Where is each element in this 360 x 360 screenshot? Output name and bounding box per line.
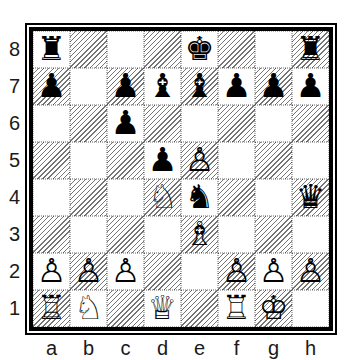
white-knight[interactable]: ♘ [148, 178, 178, 215]
black-bishop[interactable]: ♝ [148, 67, 178, 104]
square-f7[interactable]: ♟ [218, 68, 255, 105]
square-b7[interactable] [70, 68, 107, 105]
square-d5[interactable]: ♟ [144, 142, 181, 179]
square-h8[interactable]: ♜ [292, 31, 329, 68]
square-b4[interactable] [70, 179, 107, 216]
square-h3[interactable] [292, 216, 329, 253]
square-e1[interactable] [181, 290, 218, 327]
square-a4[interactable] [33, 179, 70, 216]
rank-label-4: 4 [0, 179, 20, 216]
square-b6[interactable] [70, 105, 107, 142]
rank-label-3: 3 [0, 216, 20, 253]
square-h6[interactable] [292, 105, 329, 142]
square-c2[interactable]: ♙ [107, 253, 144, 290]
square-d8[interactable] [144, 31, 181, 68]
white-pawn[interactable]: ♙ [37, 252, 67, 289]
black-pawn[interactable]: ♟ [37, 67, 67, 104]
white-bishop[interactable]: ♗ [185, 215, 215, 252]
square-f6[interactable] [218, 105, 255, 142]
black-pawn[interactable]: ♟ [222, 67, 252, 104]
board-border: ♜♚♜♟♟♝♝♟♟♟♟♟♙♘♞♛♗♙♙♙♙♙♙♖♘♕♖♔ [29, 27, 333, 331]
square-f8[interactable] [218, 31, 255, 68]
black-pawn[interactable]: ♟ [111, 67, 141, 104]
square-e8[interactable]: ♚ [181, 31, 218, 68]
square-c8[interactable] [107, 31, 144, 68]
rank-label-8: 8 [0, 31, 20, 68]
square-f3[interactable] [218, 216, 255, 253]
rank-labels: 87654321 [0, 31, 20, 327]
file-label-g: g [255, 336, 292, 360]
square-b5[interactable] [70, 142, 107, 179]
square-g6[interactable] [255, 105, 292, 142]
square-g5[interactable] [255, 142, 292, 179]
square-g1[interactable]: ♔ [255, 290, 292, 327]
file-label-h: h [292, 336, 329, 360]
square-e4[interactable]: ♞ [181, 179, 218, 216]
square-g7[interactable]: ♟ [255, 68, 292, 105]
rank-label-7: 7 [0, 68, 20, 105]
square-b3[interactable] [70, 216, 107, 253]
square-c1[interactable] [107, 290, 144, 327]
square-g2[interactable]: ♙ [255, 253, 292, 290]
black-queen[interactable]: ♛ [296, 178, 326, 215]
square-c7[interactable]: ♟ [107, 68, 144, 105]
file-labels: abcdefgh [33, 336, 329, 360]
square-c5[interactable] [107, 142, 144, 179]
square-e2[interactable] [181, 253, 218, 290]
board-frame: ♜♚♜♟♟♝♝♟♟♟♟♟♙♘♞♛♗♙♙♙♙♙♙♖♘♕♖♔ [25, 23, 337, 335]
chess-board: ♜♚♜♟♟♝♝♟♟♟♟♟♙♘♞♛♗♙♙♙♙♙♙♖♘♕♖♔ [33, 31, 329, 327]
black-pawn[interactable]: ♟ [259, 67, 289, 104]
square-a7[interactable]: ♟ [33, 68, 70, 105]
white-pawn[interactable]: ♙ [185, 141, 215, 178]
black-pawn[interactable]: ♟ [296, 67, 326, 104]
square-b1[interactable]: ♘ [70, 290, 107, 327]
square-a8[interactable]: ♜ [33, 31, 70, 68]
square-g8[interactable] [255, 31, 292, 68]
rank-label-6: 6 [0, 105, 20, 142]
square-a1[interactable]: ♖ [33, 290, 70, 327]
square-e3[interactable]: ♗ [181, 216, 218, 253]
square-h1[interactable] [292, 290, 329, 327]
black-pawn[interactable]: ♟ [111, 104, 141, 141]
white-pawn[interactable]: ♙ [111, 252, 141, 289]
black-rook[interactable]: ♜ [296, 30, 326, 67]
square-b8[interactable] [70, 31, 107, 68]
square-h4[interactable]: ♛ [292, 179, 329, 216]
square-f1[interactable]: ♖ [218, 290, 255, 327]
square-a3[interactable] [33, 216, 70, 253]
black-bishop[interactable]: ♝ [185, 67, 215, 104]
square-h2[interactable]: ♙ [292, 253, 329, 290]
square-f4[interactable] [218, 179, 255, 216]
square-c6[interactable]: ♟ [107, 105, 144, 142]
white-queen[interactable]: ♕ [148, 289, 178, 326]
square-d4[interactable]: ♘ [144, 179, 181, 216]
white-king[interactable]: ♔ [259, 289, 289, 326]
square-f5[interactable] [218, 142, 255, 179]
black-king[interactable]: ♚ [185, 30, 215, 67]
black-rook[interactable]: ♜ [37, 30, 67, 67]
square-a5[interactable] [33, 142, 70, 179]
white-knight[interactable]: ♘ [74, 289, 104, 326]
white-rook[interactable]: ♖ [37, 289, 67, 326]
white-pawn[interactable]: ♙ [259, 252, 289, 289]
square-h7[interactable]: ♟ [292, 68, 329, 105]
rank-label-1: 1 [0, 290, 20, 327]
square-a2[interactable]: ♙ [33, 253, 70, 290]
rank-label-2: 2 [0, 253, 20, 290]
file-label-f: f [218, 336, 255, 360]
file-label-e: e [181, 336, 218, 360]
square-d2[interactable] [144, 253, 181, 290]
square-c3[interactable] [107, 216, 144, 253]
square-h5[interactable] [292, 142, 329, 179]
square-d7[interactable]: ♝ [144, 68, 181, 105]
square-e7[interactable]: ♝ [181, 68, 218, 105]
chess-diagram: 87654321 ♜♚♜♟♟♝♝♟♟♟♟♟♙♘♞♛♗♙♙♙♙♙♙♖♘♕♖♔ ab… [0, 0, 360, 360]
square-f2[interactable]: ♙ [218, 253, 255, 290]
square-d6[interactable] [144, 105, 181, 142]
square-d3[interactable] [144, 216, 181, 253]
white-pawn[interactable]: ♙ [222, 252, 252, 289]
square-g4[interactable] [255, 179, 292, 216]
square-d1[interactable]: ♕ [144, 290, 181, 327]
black-knight[interactable]: ♞ [185, 178, 215, 215]
square-c4[interactable] [107, 179, 144, 216]
square-b2[interactable]: ♙ [70, 253, 107, 290]
white-rook[interactable]: ♖ [222, 289, 252, 326]
square-g3[interactable] [255, 216, 292, 253]
rank-label-5: 5 [0, 142, 20, 179]
square-e5[interactable]: ♙ [181, 142, 218, 179]
file-label-a: a [33, 336, 70, 360]
black-pawn[interactable]: ♟ [148, 141, 178, 178]
file-label-d: d [144, 336, 181, 360]
white-pawn[interactable]: ♙ [74, 252, 104, 289]
square-e6[interactable] [181, 105, 218, 142]
file-label-c: c [107, 336, 144, 360]
square-a6[interactable] [33, 105, 70, 142]
file-label-b: b [70, 336, 107, 360]
white-pawn[interactable]: ♙ [296, 252, 326, 289]
